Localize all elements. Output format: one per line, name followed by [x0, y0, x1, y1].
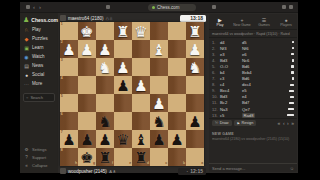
more-icon: ⋯ [24, 81, 29, 87]
chat-placeholder: Send a message... [212, 166, 245, 171]
search-input[interactable]: ○ Search [23, 93, 55, 102]
square-b4[interactable] [168, 76, 186, 94]
square-b1[interactable] [168, 22, 186, 40]
top-player-name: maestro64 (2180) [68, 16, 104, 21]
square-b5[interactable] [168, 94, 186, 112]
move-number: 3. [212, 52, 220, 57]
nav-item-label: More [32, 81, 42, 86]
black-move[interactable]: Nc6 [242, 58, 264, 63]
square-d5[interactable] [132, 94, 150, 112]
square-a1[interactable]: ♜ [186, 22, 204, 40]
black-pawn[interactable]: ♟ [188, 114, 201, 129]
square-f6[interactable]: ♞ [96, 112, 114, 130]
square-b2[interactable] [168, 40, 186, 58]
square-e4[interactable]: ♟ [114, 76, 132, 94]
black-pawn[interactable]: ♟ [62, 132, 75, 147]
file-label: g [93, 162, 95, 166]
white-move[interactable]: Bxc4 [220, 88, 242, 93]
nav-item-play[interactable]: ♘Play [20, 25, 58, 34]
square-b8[interactable]: b [168, 148, 186, 166]
action-bar: ½ Draw ⚑ Resign «‹›» [209, 118, 297, 127]
move-number: 2. [212, 46, 220, 51]
nav-item-label: News [32, 63, 43, 68]
square-d4[interactable]: ♟ [132, 76, 150, 94]
file-label: b [183, 162, 185, 166]
square-e1[interactable]: ♜ [114, 22, 132, 40]
move-number: 4. [212, 58, 220, 63]
square-d2[interactable] [132, 40, 150, 58]
resign-button[interactable]: ⚑ Resign [234, 120, 257, 126]
black-pawn[interactable]: ♟ [170, 132, 183, 147]
white-move[interactable]: Bc2 [220, 100, 242, 105]
square-f1[interactable] [96, 22, 114, 40]
emoji-icon[interactable]: ☺ [289, 166, 294, 171]
move-time-bar [292, 41, 294, 43]
square-d6[interactable] [132, 112, 150, 130]
square-f3[interactable]: ♞ [96, 58, 114, 76]
move-time-bar [290, 96, 294, 98]
square-c1[interactable] [150, 22, 168, 40]
white-move[interactable]: Nf3 [220, 46, 242, 51]
file-label: h [75, 162, 77, 166]
search-icon: ○ [26, 95, 28, 100]
bottom-player-bar: woodpusher (2145) ♙ ♗ ◔ 12:15 [60, 167, 206, 175]
bottom-captured-pieces: ♙ ♗ [109, 169, 116, 174]
top-clock: 13:18 [180, 15, 206, 22]
sidebar-toggle-icon[interactable] [106, 5, 110, 9]
square-a7[interactable] [186, 130, 204, 148]
move-time-bar [292, 47, 294, 49]
tab-play[interactable]: ▶Play [209, 16, 231, 30]
black-move[interactable]: Rad8 [242, 113, 255, 118]
white-pawn[interactable]: ♟ [134, 78, 147, 93]
video-frame: ‹ › Chess.com ♟ Chess.com ♘Play◆Puzzles▣… [0, 0, 320, 180]
square-d8[interactable]: d♜ [132, 148, 150, 166]
square-f2[interactable]: ♟ [96, 40, 114, 58]
white-move[interactable]: Na3 [220, 107, 242, 112]
settings-icon: ⚙ [24, 147, 29, 152]
nav-item-news[interactable]: ▤News [20, 61, 58, 70]
top-captured-pieces: ♟ ♝ [106, 16, 113, 21]
square-g1[interactable]: ♚ [78, 22, 96, 40]
rank-label: 1 [61, 23, 63, 27]
bottom-player-name: woodpusher (2145) [68, 169, 107, 174]
white-move[interactable]: c4 [220, 82, 242, 87]
black-move[interactable]: d5 [242, 40, 264, 45]
square-d3[interactable] [132, 58, 150, 76]
square-e6[interactable] [114, 112, 132, 130]
square-a3[interactable]: ♞ [186, 58, 204, 76]
puzzles-icon: ◆ [24, 36, 29, 42]
new-tab-icon[interactable] [212, 5, 216, 9]
tab-players[interactable]: ●Players [275, 16, 297, 30]
tab-games[interactable]: ☰Games [253, 16, 275, 30]
square-b6[interactable] [168, 112, 186, 130]
nav-item-puzzles[interactable]: ◆Puzzles [20, 34, 58, 43]
nav-item-label: Social [32, 72, 44, 77]
rank-label: 8 [61, 149, 63, 153]
top-player-bar: maestro64 (2180) ♟ ♝ 13:18 [60, 14, 206, 22]
rank-label: 6 [61, 113, 63, 117]
nav-item-learn[interactable]: ▣Learn [20, 43, 58, 52]
square-h1[interactable]: 1 [60, 22, 78, 40]
window-control-icon[interactable] [26, 5, 30, 9]
black-move[interactable]: Bd7 [242, 100, 264, 105]
games-tab-icon: ☰ [262, 17, 266, 23]
square-a8[interactable]: a [186, 148, 204, 166]
black-move[interactable]: Nf6 [242, 46, 264, 51]
white-move[interactable]: Bd3 [220, 58, 242, 63]
move-time-bar [288, 108, 294, 110]
square-a2[interactable]: ♟ [186, 40, 204, 58]
tab-new-game[interactable]: +New Game [231, 16, 253, 30]
square-f5[interactable] [96, 94, 114, 112]
black-pawn[interactable]: ♟ [98, 132, 111, 147]
draw-icon: ½ [215, 121, 218, 125]
file-label: e [129, 162, 131, 166]
white-king[interactable]: ♚ [80, 24, 93, 39]
new-game-tab-icon: + [241, 17, 244, 23]
file-label: c [165, 162, 167, 166]
square-g3[interactable] [78, 58, 96, 76]
move-number: 12. [212, 107, 220, 112]
black-rook[interactable]: ♜ [134, 150, 147, 165]
bottom-clock: ◔ 12:15 [178, 168, 206, 175]
resign-flag-icon: ⚑ [237, 121, 240, 126]
file-label: a [201, 162, 203, 166]
square-h3[interactable]: 3 [60, 58, 78, 76]
black-rook[interactable]: ♜ [98, 150, 111, 165]
black-pawn[interactable]: ♟ [116, 78, 129, 93]
move-time-bar [289, 90, 294, 92]
nav-item-more[interactable]: ⋯More [20, 79, 58, 88]
support-icon: ? [24, 155, 29, 160]
square-f7[interactable]: ♟ [96, 130, 114, 148]
move-number: 11. [212, 100, 220, 105]
move-time-bar [287, 114, 294, 116]
top-avatar[interactable] [60, 15, 66, 21]
black-pawn[interactable]: ♟ [80, 132, 93, 147]
move-time-bar [292, 59, 294, 61]
chat-new-game-label: NEW GAME [212, 132, 294, 136]
square-c5[interactable]: ♟ [150, 94, 168, 112]
tab-title: Chess.com [157, 5, 180, 10]
white-move[interactable]: O-O [220, 64, 242, 69]
square-a5[interactable] [186, 94, 204, 112]
go-back-icon[interactable]: ‹ [283, 120, 285, 126]
nav-item-label: Play [32, 27, 41, 32]
chat-input[interactable]: Send a message... ☺ [209, 163, 297, 172]
move-time-bar [292, 77, 294, 79]
rank-label: 5 [61, 95, 63, 99]
profile-icon[interactable] [289, 5, 293, 9]
square-e7[interactable]: ♛ [114, 130, 132, 148]
black-move[interactable]: dxc4 [242, 82, 264, 87]
nav-item-social[interactable]: ●Social [20, 70, 58, 79]
move-number: 7. [212, 76, 220, 81]
move-time-bar [291, 53, 294, 55]
square-g4[interactable] [78, 76, 96, 94]
black-pawn[interactable]: ♟ [152, 132, 165, 147]
left-nav: ♟ Chess.com ♘Play◆Puzzles▣Learn◉Watch▤Ne… [20, 13, 58, 173]
nav-item-watch[interactable]: ◉Watch [20, 52, 58, 61]
favicon [152, 6, 155, 9]
square-f4[interactable] [96, 76, 114, 94]
go-start-icon[interactable]: « [278, 120, 281, 126]
logo-pawn-icon: ♟ [23, 16, 29, 23]
nav-item-label: Watch [32, 54, 45, 59]
learn-icon: ▣ [24, 45, 29, 51]
square-h4[interactable]: 4 [60, 76, 78, 94]
search-placeholder: Search [30, 95, 43, 100]
move-time-bar [291, 71, 294, 73]
white-move[interactable]: d4 [220, 40, 242, 45]
white-pawn[interactable]: ♟ [152, 96, 165, 111]
go-forward-icon[interactable]: › [287, 120, 289, 126]
square-a6[interactable]: ♟ [186, 112, 204, 130]
social-icon: ● [24, 72, 29, 78]
square-g6[interactable] [78, 112, 96, 130]
watch-icon: ◉ [24, 54, 29, 60]
black-move[interactable]: Bxb4 [242, 70, 264, 75]
square-f8[interactable]: f♜ [96, 148, 114, 166]
go-end-icon[interactable]: » [291, 120, 294, 126]
game-info: maestro64 vs woodpusher · Rapid (15|10) … [209, 30, 297, 38]
white-move[interactable]: c5 [220, 113, 242, 118]
bottom-avatar[interactable] [60, 168, 66, 174]
move-number: 9. [212, 88, 220, 93]
white-move[interactable]: e3 [220, 52, 242, 57]
move-number: 6. [212, 70, 220, 75]
back-icon[interactable]: ‹ [33, 3, 35, 11]
white-rook[interactable]: ♜ [116, 24, 129, 39]
square-c2[interactable]: ♝ [150, 40, 168, 58]
move-number: 10. [212, 94, 220, 99]
nav-item-label: Puzzles [32, 36, 48, 41]
square-b3[interactable] [168, 58, 186, 76]
square-a4[interactable] [186, 76, 204, 94]
sidebar-tabs: ▶Play+New Game☰Games●Players [209, 14, 297, 30]
square-h2[interactable]: 2♟ [60, 40, 78, 58]
square-c8[interactable]: c [150, 148, 168, 166]
footer-item-collapse[interactable]: «Collapse [20, 161, 58, 169]
rank-label: 2 [61, 41, 63, 45]
white-pawn[interactable]: ♟ [62, 42, 75, 57]
black-move[interactable]: Bd6 [242, 76, 264, 81]
black-move[interactable]: e6 [242, 52, 264, 57]
game-sidebar: ▶Play+New Game☰Games●Players maestro64 v… [209, 14, 297, 172]
play-tab-icon: ▶ [218, 17, 222, 23]
browser-tab[interactable]: Chess.com [148, 4, 196, 11]
square-d7[interactable]: ♝ [132, 130, 150, 148]
black-knight[interactable]: ♞ [152, 114, 165, 129]
nav-footer: ⚙Settings?Support«Collapse [20, 145, 58, 169]
play-knight-icon: ♘ [24, 27, 29, 33]
black-move[interactable]: Bd6 [242, 64, 264, 69]
browser-window: ‹ › Chess.com ♟ Chess.com ♘Play◆Puzzles▣… [20, 2, 298, 173]
chat-area: NEW GAME maestro64 (2180) vs woodpusher … [209, 130, 297, 143]
move-list[interactable]: 1.d4d52.Nf3Nf63.e3e64.Bd3Nc65.O-OBd66.b4… [209, 38, 297, 118]
file-label: d [147, 162, 149, 166]
black-bishop[interactable]: ♝ [134, 132, 147, 147]
players-tab-icon: ● [284, 17, 287, 23]
move-number: 8. [212, 82, 220, 87]
rank-label: 4 [61, 77, 63, 81]
black-move[interactable]: e4 [242, 94, 264, 99]
square-c7[interactable]: ♟ [150, 130, 168, 148]
square-g7[interactable]: ♟ [78, 130, 96, 148]
black-knight[interactable]: ♞ [98, 114, 111, 129]
white-pawn[interactable]: ♟ [116, 60, 129, 75]
white-move[interactable]: Bd3 [220, 94, 242, 99]
move-number: 5. [212, 64, 220, 69]
forward-icon[interactable]: › [39, 3, 41, 11]
collapse-icon: « [24, 163, 29, 168]
black-king[interactable]: ♚ [80, 150, 93, 165]
draw-button[interactable]: ½ Draw [212, 120, 232, 126]
white-knight[interactable]: ♞ [188, 60, 201, 75]
white-pawn[interactable]: ♟ [80, 42, 93, 57]
square-h5[interactable]: 5 [60, 94, 78, 112]
chesscom-page: ♟ Chess.com ♘Play◆Puzzles▣Learn◉Watch▤Ne… [20, 13, 298, 173]
white-move[interactable]: b4 [220, 70, 242, 75]
square-g5[interactable] [78, 94, 96, 112]
extensions-icon[interactable] [282, 5, 286, 9]
white-queen[interactable]: ♛ [134, 24, 147, 39]
square-e3[interactable]: ♟ [114, 58, 132, 76]
black-queen[interactable]: ♛ [116, 132, 129, 147]
chesscom-logo[interactable]: ♟ Chess.com [20, 13, 58, 25]
square-e5[interactable] [114, 94, 132, 112]
move-number: 13. [212, 113, 220, 118]
logo-text: Chess.com [31, 17, 58, 23]
footer-item-settings[interactable]: ⚙Settings [20, 145, 58, 153]
footer-item-support[interactable]: ?Support [20, 153, 58, 161]
nav-items: ♘Play◆Puzzles▣Learn◉Watch▤News●Social⋯Mo… [20, 25, 58, 88]
move-time-bar [291, 65, 294, 67]
white-knight[interactable]: ♞ [98, 60, 111, 75]
rank-label: 3 [61, 59, 63, 63]
move-time-bar [289, 102, 294, 104]
white-pawn[interactable]: ♟ [188, 42, 201, 57]
square-e8[interactable]: e [114, 148, 132, 166]
black-move[interactable]: e5 [242, 88, 264, 93]
move-nav-controls: «‹›» [278, 120, 294, 126]
square-h8[interactable]: 8h [60, 148, 78, 166]
square-g2[interactable]: ♟ [78, 40, 96, 58]
square-b7[interactable]: ♟ [168, 130, 186, 148]
square-c4[interactable] [150, 76, 168, 94]
clock-icon: ◔ [186, 169, 188, 174]
white-rook[interactable]: ♜ [188, 24, 201, 39]
square-g8[interactable]: g♚ [78, 148, 96, 166]
square-h7[interactable]: 7♟ [60, 130, 78, 148]
chess-board[interactable]: 1♚♜♛♜2♟♟♟♝♟3♞♟♞4♟♟5♟6♞♞♟7♟♟♟♛♝♟♟8hg♚f♜ed… [60, 22, 204, 166]
square-c6[interactable]: ♞ [150, 112, 168, 130]
white-pawn[interactable]: ♟ [98, 42, 111, 57]
square-c3[interactable] [150, 58, 168, 76]
square-e2[interactable] [114, 40, 132, 58]
white-bishop[interactable]: ♝ [152, 42, 165, 57]
square-d1[interactable]: ♛ [132, 22, 150, 40]
move-number: 1. [212, 40, 220, 45]
move-time-bar [290, 84, 294, 86]
black-move[interactable]: Qe7 [242, 107, 264, 112]
white-move[interactable]: c3 [220, 76, 242, 81]
chat-matchup-line: maestro64 (2180) vs woodpusher (2145) (1… [212, 137, 294, 141]
browser-titlebar: ‹ › Chess.com [20, 2, 298, 13]
square-h6[interactable]: 6 [60, 112, 78, 130]
rank-label: 7 [61, 131, 63, 135]
news-icon: ▤ [24, 63, 29, 69]
nav-item-label: Learn [32, 45, 44, 50]
